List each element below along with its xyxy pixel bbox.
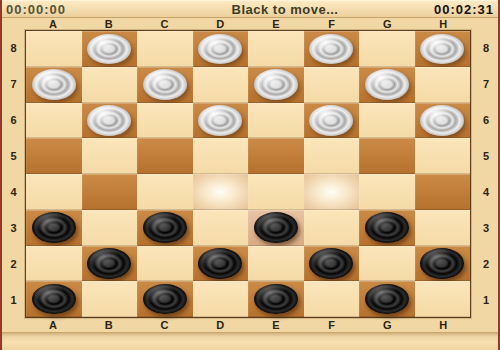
file-label-f: F xyxy=(304,18,360,30)
square-b7[interactable] xyxy=(82,67,138,103)
white-piece-b8 xyxy=(87,34,131,65)
black-piece-h2 xyxy=(420,248,464,279)
rank-label-6: 6 xyxy=(2,102,25,138)
square-f1[interactable] xyxy=(304,281,360,317)
white-piece-f8 xyxy=(309,34,353,65)
file-label-c: C xyxy=(137,18,193,30)
square-a8[interactable] xyxy=(26,31,82,67)
rank-label-4: 4 xyxy=(473,174,499,210)
square-a3[interactable] xyxy=(26,210,82,246)
file-label-h: H xyxy=(415,18,471,30)
square-g3[interactable] xyxy=(359,210,415,246)
square-h4[interactable] xyxy=(415,174,471,210)
square-g8[interactable] xyxy=(359,31,415,67)
black-piece-c1 xyxy=(143,284,187,315)
board xyxy=(25,30,471,318)
top-bar: 00:00:00 Black to move... 00:02:31 xyxy=(2,0,498,18)
square-h6[interactable] xyxy=(415,103,471,139)
square-d8[interactable] xyxy=(193,31,249,67)
square-c8[interactable] xyxy=(137,31,193,67)
square-d7[interactable] xyxy=(193,67,249,103)
square-b2[interactable] xyxy=(82,246,138,282)
rank-label-1: 1 xyxy=(473,282,499,318)
rank-label-7: 7 xyxy=(2,66,25,102)
square-c1[interactable] xyxy=(137,281,193,317)
file-label-e: E xyxy=(248,318,304,332)
rank-label-3: 3 xyxy=(473,210,499,246)
square-h2[interactable] xyxy=(415,246,471,282)
square-d2[interactable] xyxy=(193,246,249,282)
square-b3[interactable] xyxy=(82,210,138,246)
square-a4[interactable] xyxy=(26,174,82,210)
file-label-h: H xyxy=(415,318,471,332)
square-e4[interactable] xyxy=(248,174,304,210)
white-piece-g7 xyxy=(365,69,409,100)
square-g5[interactable] xyxy=(359,138,415,174)
square-d6[interactable] xyxy=(193,103,249,139)
square-c7[interactable] xyxy=(137,67,193,103)
file-label-f: F xyxy=(304,318,360,332)
file-labels-bottom: ABCDEFGH xyxy=(25,318,471,332)
black-piece-g1 xyxy=(365,284,409,315)
black-piece-b2 xyxy=(87,248,131,279)
file-label-d: D xyxy=(192,18,248,30)
square-d4[interactable] xyxy=(193,174,249,210)
file-label-b: B xyxy=(81,18,137,30)
square-h1[interactable] xyxy=(415,281,471,317)
rank-label-2: 2 xyxy=(473,246,499,282)
board-area: ABCDEFGH 87654321 87654321 ABCDEFGH xyxy=(2,18,498,332)
square-a5[interactable] xyxy=(26,138,82,174)
bottom-bar xyxy=(2,332,498,350)
white-piece-b6 xyxy=(87,105,131,136)
rank-label-8: 8 xyxy=(473,30,499,66)
file-label-b: B xyxy=(81,318,137,332)
black-piece-c3 xyxy=(143,212,187,243)
square-d5[interactable] xyxy=(193,138,249,174)
square-h5[interactable] xyxy=(415,138,471,174)
square-c6[interactable] xyxy=(137,103,193,139)
square-f8[interactable] xyxy=(304,31,360,67)
white-piece-f6 xyxy=(309,105,353,136)
black-piece-d2 xyxy=(198,248,242,279)
rank-labels-right: 87654321 xyxy=(473,30,499,318)
file-label-d: D xyxy=(192,318,248,332)
square-f7[interactable] xyxy=(304,67,360,103)
square-c5[interactable] xyxy=(137,138,193,174)
square-e1[interactable] xyxy=(248,281,304,317)
black-piece-f2 xyxy=(309,248,353,279)
rank-label-5: 5 xyxy=(473,138,499,174)
status-text: Black to move... xyxy=(116,2,394,17)
rank-label-4: 4 xyxy=(2,174,25,210)
rank-label-3: 3 xyxy=(2,210,25,246)
square-h3[interactable] xyxy=(415,210,471,246)
square-f3[interactable] xyxy=(304,210,360,246)
square-b4[interactable] xyxy=(82,174,138,210)
white-piece-a7 xyxy=(32,69,76,100)
square-f5[interactable] xyxy=(304,138,360,174)
file-label-a: A xyxy=(25,318,81,332)
rank-labels-left: 87654321 xyxy=(2,30,25,318)
black-piece-e3 xyxy=(254,212,298,243)
rank-label-1: 1 xyxy=(2,282,25,318)
black-piece-a1 xyxy=(32,284,76,315)
square-a7[interactable] xyxy=(26,67,82,103)
square-e2[interactable] xyxy=(248,246,304,282)
square-e7[interactable] xyxy=(248,67,304,103)
file-labels-top: ABCDEFGH xyxy=(25,18,471,30)
square-b6[interactable] xyxy=(82,103,138,139)
square-f4[interactable] xyxy=(304,174,360,210)
square-b5[interactable] xyxy=(82,138,138,174)
square-g6[interactable] xyxy=(359,103,415,139)
square-f2[interactable] xyxy=(304,246,360,282)
square-c4[interactable] xyxy=(137,174,193,210)
square-d1[interactable] xyxy=(193,281,249,317)
black-clock: 00:02:31 xyxy=(394,2,494,17)
rank-label-5: 5 xyxy=(2,138,25,174)
square-c3[interactable] xyxy=(137,210,193,246)
rank-label-8: 8 xyxy=(2,30,25,66)
square-c2[interactable] xyxy=(137,246,193,282)
file-label-g: G xyxy=(360,318,416,332)
checkers-app-window: 00:00:00 Black to move... 00:02:31 ABCDE… xyxy=(0,0,500,350)
square-g2[interactable] xyxy=(359,246,415,282)
file-label-g: G xyxy=(360,18,416,30)
square-g7[interactable] xyxy=(359,67,415,103)
square-e5[interactable] xyxy=(248,138,304,174)
rank-label-2: 2 xyxy=(2,246,25,282)
file-label-c: C xyxy=(137,318,193,332)
square-e3[interactable] xyxy=(248,210,304,246)
white-piece-d8 xyxy=(198,34,242,65)
square-h8[interactable] xyxy=(415,31,471,67)
file-label-e: E xyxy=(248,18,304,30)
black-piece-a3 xyxy=(32,212,76,243)
square-d3[interactable] xyxy=(193,210,249,246)
square-e8[interactable] xyxy=(248,31,304,67)
square-f6[interactable] xyxy=(304,103,360,139)
rank-label-6: 6 xyxy=(473,102,499,138)
white-piece-e7 xyxy=(254,69,298,100)
square-g4[interactable] xyxy=(359,174,415,210)
file-label-a: A xyxy=(25,18,81,30)
white-piece-h8 xyxy=(420,34,464,65)
square-b1[interactable] xyxy=(82,281,138,317)
white-piece-c7 xyxy=(143,69,187,100)
square-g1[interactable] xyxy=(359,281,415,317)
square-h7[interactable] xyxy=(415,67,471,103)
square-a6[interactable] xyxy=(26,103,82,139)
black-piece-e1 xyxy=(254,284,298,315)
white-piece-d6 xyxy=(198,105,242,136)
white-piece-h6 xyxy=(420,105,464,136)
square-b8[interactable] xyxy=(82,31,138,67)
square-a1[interactable] xyxy=(26,281,82,317)
square-a2[interactable] xyxy=(26,246,82,282)
square-e6[interactable] xyxy=(248,103,304,139)
white-clock: 00:00:00 xyxy=(6,2,116,17)
black-piece-g3 xyxy=(365,212,409,243)
rank-label-7: 7 xyxy=(473,66,499,102)
